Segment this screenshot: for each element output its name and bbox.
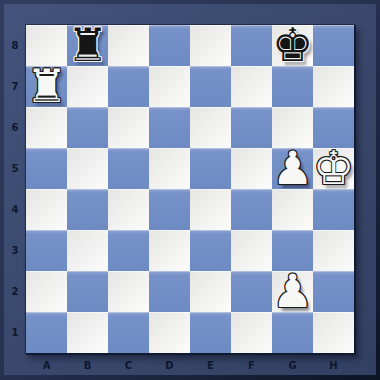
square-g4[interactable] bbox=[272, 189, 313, 230]
square-f3[interactable] bbox=[231, 230, 272, 271]
square-g7[interactable] bbox=[272, 66, 313, 107]
square-h7[interactable] bbox=[313, 66, 354, 107]
file-label-A: A bbox=[26, 357, 67, 373]
square-f7[interactable] bbox=[231, 66, 272, 107]
square-a5[interactable] bbox=[26, 148, 67, 189]
chess-diagram: 87654321 ABCDEFGH ♜♚♜♟♚♟ bbox=[0, 0, 380, 380]
square-b4[interactable] bbox=[67, 189, 108, 230]
square-a2[interactable] bbox=[26, 271, 67, 312]
rank-labels: 87654321 bbox=[4, 25, 26, 353]
square-h3[interactable] bbox=[313, 230, 354, 271]
white-pawn[interactable]: ♟ bbox=[272, 271, 313, 312]
square-h5[interactable]: ♚ bbox=[313, 148, 354, 189]
rank-label-4: 4 bbox=[4, 189, 26, 230]
square-c7[interactable] bbox=[108, 66, 149, 107]
square-g8[interactable]: ♚ bbox=[272, 25, 313, 66]
square-d4[interactable] bbox=[149, 189, 190, 230]
black-rook[interactable]: ♜ bbox=[67, 25, 108, 66]
square-a4[interactable] bbox=[26, 189, 67, 230]
square-e8[interactable] bbox=[190, 25, 231, 66]
file-label-H: H bbox=[313, 357, 354, 373]
square-h2[interactable] bbox=[313, 271, 354, 312]
white-rook[interactable]: ♜ bbox=[26, 66, 67, 107]
square-f5[interactable] bbox=[231, 148, 272, 189]
square-b5[interactable] bbox=[67, 148, 108, 189]
square-c8[interactable] bbox=[108, 25, 149, 66]
file-label-G: G bbox=[272, 357, 313, 373]
square-f8[interactable] bbox=[231, 25, 272, 66]
rank-label-2: 2 bbox=[4, 271, 26, 312]
file-labels: ABCDEFGH bbox=[26, 357, 354, 373]
square-a6[interactable] bbox=[26, 107, 67, 148]
square-c3[interactable] bbox=[108, 230, 149, 271]
board-frame: 87654321 ABCDEFGH ♜♚♜♟♚♟ bbox=[4, 4, 376, 375]
black-king[interactable]: ♚ bbox=[272, 25, 313, 66]
square-c6[interactable] bbox=[108, 107, 149, 148]
rank-label-5: 5 bbox=[4, 148, 26, 189]
file-label-F: F bbox=[231, 357, 272, 373]
square-b7[interactable] bbox=[67, 66, 108, 107]
file-label-C: C bbox=[108, 357, 149, 373]
square-a7[interactable]: ♜ bbox=[26, 66, 67, 107]
square-d1[interactable] bbox=[149, 312, 190, 353]
rank-label-1: 1 bbox=[4, 312, 26, 353]
file-label-D: D bbox=[149, 357, 190, 373]
square-f1[interactable] bbox=[231, 312, 272, 353]
square-d8[interactable] bbox=[149, 25, 190, 66]
square-d3[interactable] bbox=[149, 230, 190, 271]
square-b3[interactable] bbox=[67, 230, 108, 271]
square-h8[interactable] bbox=[313, 25, 354, 66]
white-pawn[interactable]: ♟ bbox=[272, 148, 313, 189]
square-e4[interactable] bbox=[190, 189, 231, 230]
square-f2[interactable] bbox=[231, 271, 272, 312]
square-e2[interactable] bbox=[190, 271, 231, 312]
rank-label-6: 6 bbox=[4, 107, 26, 148]
square-g5[interactable]: ♟ bbox=[272, 148, 313, 189]
square-c5[interactable] bbox=[108, 148, 149, 189]
square-c2[interactable] bbox=[108, 271, 149, 312]
square-d7[interactable] bbox=[149, 66, 190, 107]
square-e3[interactable] bbox=[190, 230, 231, 271]
rank-label-7: 7 bbox=[4, 66, 26, 107]
square-d2[interactable] bbox=[149, 271, 190, 312]
rank-label-8: 8 bbox=[4, 25, 26, 66]
square-c4[interactable] bbox=[108, 189, 149, 230]
square-b6[interactable] bbox=[67, 107, 108, 148]
square-a3[interactable] bbox=[26, 230, 67, 271]
square-g1[interactable] bbox=[272, 312, 313, 353]
square-e6[interactable] bbox=[190, 107, 231, 148]
file-label-E: E bbox=[190, 357, 231, 373]
rank-label-3: 3 bbox=[4, 230, 26, 271]
square-e1[interactable] bbox=[190, 312, 231, 353]
square-b8[interactable]: ♜ bbox=[67, 25, 108, 66]
square-d5[interactable] bbox=[149, 148, 190, 189]
square-f4[interactable] bbox=[231, 189, 272, 230]
file-label-B: B bbox=[67, 357, 108, 373]
white-king[interactable]: ♚ bbox=[313, 148, 354, 189]
square-e7[interactable] bbox=[190, 66, 231, 107]
square-d6[interactable] bbox=[149, 107, 190, 148]
square-b2[interactable] bbox=[67, 271, 108, 312]
square-a1[interactable] bbox=[26, 312, 67, 353]
square-b1[interactable] bbox=[67, 312, 108, 353]
square-c1[interactable] bbox=[108, 312, 149, 353]
square-f6[interactable] bbox=[231, 107, 272, 148]
square-h4[interactable] bbox=[313, 189, 354, 230]
square-e5[interactable] bbox=[190, 148, 231, 189]
chess-board[interactable]: ♜♚♜♟♚♟ bbox=[26, 25, 356, 355]
square-h1[interactable] bbox=[313, 312, 354, 353]
square-g2[interactable]: ♟ bbox=[272, 271, 313, 312]
